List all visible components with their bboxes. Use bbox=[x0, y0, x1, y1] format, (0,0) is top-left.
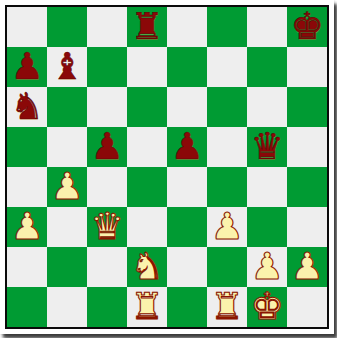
square-a7[interactable]: ♟ bbox=[7, 47, 47, 87]
square-a3[interactable]: ♟ bbox=[7, 207, 47, 247]
square-b4[interactable]: ♟ bbox=[47, 167, 87, 207]
black-pawn: ♟ bbox=[10, 47, 43, 87]
white-pawn: ♟ bbox=[290, 247, 323, 287]
square-f6[interactable] bbox=[207, 87, 247, 127]
square-h5[interactable] bbox=[287, 127, 327, 167]
square-c5[interactable]: ♟ bbox=[87, 127, 127, 167]
white-rook: ♜ bbox=[210, 287, 243, 327]
square-b3[interactable] bbox=[47, 207, 87, 247]
black-bishop: ♝ bbox=[50, 47, 83, 87]
square-c3[interactable]: ♛ bbox=[87, 207, 127, 247]
square-g8[interactable] bbox=[247, 7, 287, 47]
square-a2[interactable] bbox=[7, 247, 47, 287]
square-h2[interactable]: ♟ bbox=[287, 247, 327, 287]
white-knight: ♞ bbox=[130, 247, 163, 287]
square-d4[interactable] bbox=[127, 167, 167, 207]
square-b6[interactable] bbox=[47, 87, 87, 127]
square-h6[interactable] bbox=[287, 87, 327, 127]
square-c7[interactable] bbox=[87, 47, 127, 87]
square-a5[interactable] bbox=[7, 127, 47, 167]
square-a8[interactable] bbox=[7, 7, 47, 47]
black-rook: ♜ bbox=[130, 7, 163, 47]
square-f5[interactable] bbox=[207, 127, 247, 167]
square-c2[interactable] bbox=[87, 247, 127, 287]
square-f7[interactable] bbox=[207, 47, 247, 87]
square-h4[interactable] bbox=[287, 167, 327, 207]
square-h7[interactable] bbox=[287, 47, 327, 87]
square-c4[interactable] bbox=[87, 167, 127, 207]
square-g1[interactable]: ♚ bbox=[247, 287, 287, 327]
square-e8[interactable] bbox=[167, 7, 207, 47]
square-d5[interactable] bbox=[127, 127, 167, 167]
square-d7[interactable] bbox=[127, 47, 167, 87]
square-e1[interactable] bbox=[167, 287, 207, 327]
square-e6[interactable] bbox=[167, 87, 207, 127]
white-pawn: ♟ bbox=[250, 247, 283, 287]
square-a4[interactable] bbox=[7, 167, 47, 207]
square-h3[interactable] bbox=[287, 207, 327, 247]
square-e3[interactable] bbox=[167, 207, 207, 247]
square-f1[interactable]: ♜ bbox=[207, 287, 247, 327]
square-g2[interactable]: ♟ bbox=[247, 247, 287, 287]
square-f2[interactable] bbox=[207, 247, 247, 287]
square-c1[interactable] bbox=[87, 287, 127, 327]
square-b5[interactable] bbox=[47, 127, 87, 167]
square-d3[interactable] bbox=[127, 207, 167, 247]
square-f4[interactable] bbox=[207, 167, 247, 207]
square-g4[interactable] bbox=[247, 167, 287, 207]
square-h8[interactable]: ♚ bbox=[287, 7, 327, 47]
square-b8[interactable] bbox=[47, 7, 87, 47]
square-b2[interactable] bbox=[47, 247, 87, 287]
white-queen: ♛ bbox=[90, 207, 123, 247]
white-rook: ♜ bbox=[130, 287, 163, 327]
square-b1[interactable] bbox=[47, 287, 87, 327]
black-pawn: ♟ bbox=[170, 127, 203, 167]
square-e4[interactable] bbox=[167, 167, 207, 207]
chess-board: ♜♚♟♝♞♟♟♛♟♟♛♟♞♟♟♜♜♚ bbox=[5, 5, 329, 329]
white-pawn: ♟ bbox=[210, 207, 243, 247]
square-g7[interactable] bbox=[247, 47, 287, 87]
black-king: ♚ bbox=[290, 7, 323, 47]
square-e2[interactable] bbox=[167, 247, 207, 287]
black-pawn: ♟ bbox=[90, 127, 123, 167]
square-c8[interactable] bbox=[87, 7, 127, 47]
square-g6[interactable] bbox=[247, 87, 287, 127]
square-g5[interactable]: ♛ bbox=[247, 127, 287, 167]
square-d1[interactable]: ♜ bbox=[127, 287, 167, 327]
square-d8[interactable]: ♜ bbox=[127, 7, 167, 47]
square-f8[interactable] bbox=[207, 7, 247, 47]
white-pawn: ♟ bbox=[10, 207, 43, 247]
white-pawn: ♟ bbox=[50, 167, 83, 207]
square-d2[interactable]: ♞ bbox=[127, 247, 167, 287]
square-f3[interactable]: ♟ bbox=[207, 207, 247, 247]
square-a6[interactable]: ♞ bbox=[7, 87, 47, 127]
board-frame: ♜♚♟♝♞♟♟♛♟♟♛♟♞♟♟♜♜♚ bbox=[0, 0, 334, 334]
square-d6[interactable] bbox=[127, 87, 167, 127]
square-b7[interactable]: ♝ bbox=[47, 47, 87, 87]
square-e7[interactable] bbox=[167, 47, 207, 87]
square-a1[interactable] bbox=[7, 287, 47, 327]
square-h1[interactable] bbox=[287, 287, 327, 327]
white-king: ♚ bbox=[250, 287, 283, 327]
square-g3[interactable] bbox=[247, 207, 287, 247]
square-c6[interactable] bbox=[87, 87, 127, 127]
square-e5[interactable]: ♟ bbox=[167, 127, 207, 167]
black-knight: ♞ bbox=[10, 87, 43, 127]
black-queen: ♛ bbox=[250, 127, 283, 167]
